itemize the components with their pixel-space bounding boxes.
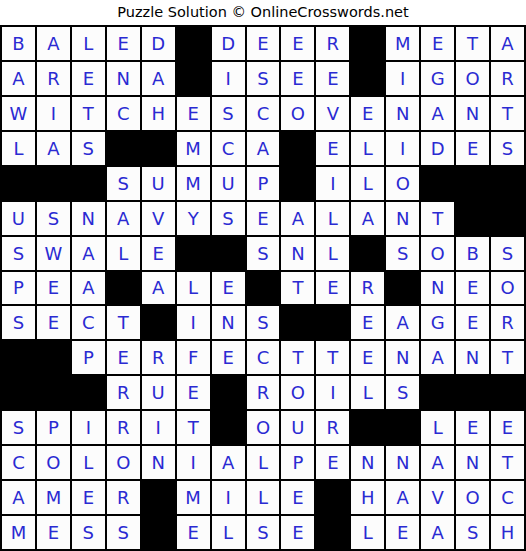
letter-cell-r4c14: E <box>456 132 489 165</box>
letter-cell-r14c6: M <box>177 481 210 514</box>
letter-cell-r8c3: A <box>72 272 105 305</box>
letter-cell-r11c9: O <box>281 376 314 409</box>
letter-cell-r2c2: R <box>37 62 70 95</box>
letter-cell-r4c2: A <box>37 132 70 165</box>
black-cell-r11c14 <box>456 376 489 409</box>
black-cell-r2c6 <box>177 62 210 95</box>
black-cell-r4c4 <box>107 132 140 165</box>
letter-cell-r4c8: A <box>247 132 280 165</box>
letter-cell-r6c8: E <box>247 202 280 235</box>
letter-cell-r7c14: B <box>456 237 489 270</box>
letter-cell-r15c12: E <box>386 516 419 549</box>
letter-cell-r15c2: E <box>37 516 70 549</box>
letter-cell-r14c12: A <box>386 481 419 514</box>
letter-cell-r9c1: S <box>2 306 35 339</box>
letter-cell-r6c2: S <box>37 202 70 235</box>
letter-cell-r7c3: A <box>72 237 105 270</box>
letter-cell-r10c6: F <box>177 341 210 374</box>
letter-cell-r2c10: E <box>316 62 349 95</box>
letter-cell-r10c8: C <box>247 341 280 374</box>
black-cell-r7c6 <box>177 237 210 270</box>
letter-cell-r9c8: S <box>247 306 280 339</box>
letter-cell-r7c10: L <box>316 237 349 270</box>
letter-cell-r1c10: R <box>316 27 349 60</box>
black-cell-r5c13 <box>421 167 454 200</box>
black-cell-r1c11 <box>351 27 384 60</box>
letter-cell-r15c13: A <box>421 516 454 549</box>
black-cell-r14c10 <box>316 481 349 514</box>
letter-cell-r12c1: S <box>2 411 35 444</box>
letter-cell-r4c6: M <box>177 132 210 165</box>
letter-cell-r8c5: A <box>142 272 175 305</box>
letter-cell-r8c11: R <box>351 272 384 305</box>
letter-cell-r3c3: T <box>72 97 105 130</box>
letter-cell-r2c8: S <box>247 62 280 95</box>
letter-cell-r14c4: R <box>107 481 140 514</box>
letter-cell-r9c3: C <box>72 306 105 339</box>
letter-cell-r14c11: H <box>351 481 384 514</box>
letter-cell-r4c11: L <box>351 132 384 165</box>
letter-cell-r5c11: L <box>351 167 384 200</box>
letter-cell-r10c9: T <box>281 341 314 374</box>
letter-cell-r10c7: E <box>212 341 245 374</box>
black-cell-r7c7 <box>212 237 245 270</box>
letter-cell-r9c12: A <box>386 306 419 339</box>
letter-cell-r3c14: N <box>456 97 489 130</box>
black-cell-r8c4 <box>107 272 140 305</box>
letter-cell-r15c9: E <box>281 516 314 549</box>
letter-cell-r9c7: N <box>212 306 245 339</box>
letter-cell-r5c8: P <box>247 167 280 200</box>
black-cell-r4c5 <box>142 132 175 165</box>
letter-cell-r11c5: U <box>142 376 175 409</box>
black-cell-r11c2 <box>37 376 70 409</box>
black-cell-r6c15 <box>491 202 524 235</box>
letter-cell-r6c6: Y <box>177 202 210 235</box>
letter-cell-r6c12: N <box>386 202 419 235</box>
letter-cell-r12c5: I <box>142 411 175 444</box>
black-cell-r8c8 <box>247 272 280 305</box>
letter-cell-r14c13: V <box>421 481 454 514</box>
letter-cell-r7c4: L <box>107 237 140 270</box>
letter-cell-r12c3: I <box>72 411 105 444</box>
black-cell-r11c7 <box>212 376 245 409</box>
letter-cell-r3c6: E <box>177 97 210 130</box>
letter-cell-r12c10: R <box>316 411 349 444</box>
letter-cell-r3c12: N <box>386 97 419 130</box>
letter-cell-r13c1: C <box>2 446 35 479</box>
letter-cell-r1c8: E <box>247 27 280 60</box>
letter-cell-r4c3: S <box>72 132 105 165</box>
letter-cell-r2c14: O <box>456 62 489 95</box>
letter-cell-r1c14: T <box>456 27 489 60</box>
letter-cell-r15c15: H <box>491 516 524 549</box>
letter-cell-r15c1: M <box>2 516 35 549</box>
letter-cell-r10c11: E <box>351 341 384 374</box>
letter-cell-r6c7: S <box>212 202 245 235</box>
black-cell-r2c11 <box>351 62 384 95</box>
letter-cell-r10c15: T <box>491 341 524 374</box>
letter-cell-r13c5: N <box>142 446 175 479</box>
letter-cell-r13c6: I <box>177 446 210 479</box>
letter-cell-r15c8: S <box>247 516 280 549</box>
letter-cell-r8c14: E <box>456 272 489 305</box>
letter-cell-r12c2: P <box>37 411 70 444</box>
letter-cell-r7c1: S <box>2 237 35 270</box>
letter-cell-r12c15: E <box>491 411 524 444</box>
letter-cell-r3c9: O <box>281 97 314 130</box>
letter-cell-r10c3: P <box>72 341 105 374</box>
letter-cell-r3c7: S <box>212 97 245 130</box>
letter-cell-r1c5: D <box>142 27 175 60</box>
letter-cell-r10c12: N <box>386 341 419 374</box>
letter-cell-r4c7: C <box>212 132 245 165</box>
letter-cell-r6c10: L <box>316 202 349 235</box>
black-cell-r12c7 <box>212 411 245 444</box>
letter-cell-r3c10: V <box>316 97 349 130</box>
letter-cell-r1c4: E <box>107 27 140 60</box>
letter-cell-r9c13: G <box>421 306 454 339</box>
letter-cell-r3c15: T <box>491 97 524 130</box>
letter-cell-r13c3: L <box>72 446 105 479</box>
letter-cell-r1c2: A <box>37 27 70 60</box>
letter-cell-r11c4: R <box>107 376 140 409</box>
black-cell-r11c15 <box>491 376 524 409</box>
letter-cell-r7c12: S <box>386 237 419 270</box>
letter-cell-r9c6: I <box>177 306 210 339</box>
puzzle-solution-page: Puzzle Solution © OnlineCrosswords.net B… <box>0 0 526 551</box>
black-cell-r5c15 <box>491 167 524 200</box>
letter-cell-r11c6: E <box>177 376 210 409</box>
letter-cell-r5c6: M <box>177 167 210 200</box>
letter-cell-r1c9: E <box>281 27 314 60</box>
letter-cell-r10c14: N <box>456 341 489 374</box>
letter-cell-r1c1: B <box>2 27 35 60</box>
letter-cell-r2c15: R <box>491 62 524 95</box>
black-cell-r5c1 <box>2 167 35 200</box>
black-cell-r12c11 <box>351 411 384 444</box>
letter-cell-r11c11: L <box>351 376 384 409</box>
black-cell-r5c14 <box>456 167 489 200</box>
black-cell-r5c9 <box>281 167 314 200</box>
letter-cell-r8c7: E <box>212 272 245 305</box>
letter-cell-r9c11: E <box>351 306 384 339</box>
letter-cell-r2c3: E <box>72 62 105 95</box>
black-cell-r9c9 <box>281 306 314 339</box>
letter-cell-r12c6: T <box>177 411 210 444</box>
letter-cell-r4c12: I <box>386 132 419 165</box>
letter-cell-r9c4: T <box>107 306 140 339</box>
letter-cell-r2c1: A <box>2 62 35 95</box>
letter-cell-r13c11: N <box>351 446 384 479</box>
letter-cell-r1c7: D <box>212 27 245 60</box>
black-cell-r5c2 <box>37 167 70 200</box>
letter-cell-r2c12: I <box>386 62 419 95</box>
letter-cell-r3c2: I <box>37 97 70 130</box>
letter-cell-r5c4: S <box>107 167 140 200</box>
black-cell-r9c5 <box>142 306 175 339</box>
letter-cell-r8c15: O <box>491 272 524 305</box>
letter-cell-r8c6: L <box>177 272 210 305</box>
letter-cell-r10c10: T <box>316 341 349 374</box>
black-cell-r11c3 <box>72 376 105 409</box>
letter-cell-r9c2: E <box>37 306 70 339</box>
letter-cell-r8c10: E <box>316 272 349 305</box>
letter-cell-r2c9: E <box>281 62 314 95</box>
letter-cell-r14c3: E <box>72 481 105 514</box>
black-cell-r12c12 <box>386 411 419 444</box>
letter-cell-r9c15: R <box>491 306 524 339</box>
letter-cell-r13c15: T <box>491 446 524 479</box>
letter-cell-r12c13: L <box>421 411 454 444</box>
letter-cell-r13c9: P <box>281 446 314 479</box>
letter-cell-r3c4: C <box>107 97 140 130</box>
letter-cell-r5c5: U <box>142 167 175 200</box>
black-cell-r7c11 <box>351 237 384 270</box>
letter-cell-r11c10: I <box>316 376 349 409</box>
letter-cell-r3c1: W <box>2 97 35 130</box>
letter-cell-r5c7: U <box>212 167 245 200</box>
page-title: Puzzle Solution © OnlineCrosswords.net <box>0 2 526 23</box>
letter-cell-r3c13: A <box>421 97 454 130</box>
letter-cell-r8c9: T <box>281 272 314 305</box>
letter-cell-r7c9: N <box>281 237 314 270</box>
letter-cell-r7c5: E <box>142 237 175 270</box>
black-cell-r14c5 <box>142 481 175 514</box>
letter-cell-r14c7: I <box>212 481 245 514</box>
black-cell-r11c1 <box>2 376 35 409</box>
letter-cell-r6c1: U <box>2 202 35 235</box>
letter-cell-r2c5: A <box>142 62 175 95</box>
letter-cell-r12c8: O <box>247 411 280 444</box>
black-cell-r15c5 <box>142 516 175 549</box>
letter-cell-r13c7: A <box>212 446 245 479</box>
letter-cell-r15c7: L <box>212 516 245 549</box>
letter-cell-r14c2: M <box>37 481 70 514</box>
letter-cell-r1c13: E <box>421 27 454 60</box>
letter-cell-r4c10: E <box>316 132 349 165</box>
crossword-grid: BALEDDEERMETAARENAISEEIGORWITCHESCOVENAN… <box>0 25 526 551</box>
letter-cell-r3c8: C <box>247 97 280 130</box>
letter-cell-r6c9: A <box>281 202 314 235</box>
letter-cell-r14c9: E <box>281 481 314 514</box>
black-cell-r4c9 <box>281 132 314 165</box>
letter-cell-r6c5: V <box>142 202 175 235</box>
letter-cell-r10c13: A <box>421 341 454 374</box>
letter-cell-r11c12: S <box>386 376 419 409</box>
letter-cell-r6c13: T <box>421 202 454 235</box>
letter-cell-r7c2: W <box>37 237 70 270</box>
letter-cell-r5c10: I <box>316 167 349 200</box>
letter-cell-r15c3: S <box>72 516 105 549</box>
letter-cell-r14c15: C <box>491 481 524 514</box>
letter-cell-r13c13: A <box>421 446 454 479</box>
letter-cell-r15c4: S <box>107 516 140 549</box>
letter-cell-r5c12: O <box>386 167 419 200</box>
letter-cell-r15c11: L <box>351 516 384 549</box>
letter-cell-r12c4: R <box>107 411 140 444</box>
letter-cell-r12c14: E <box>456 411 489 444</box>
letter-cell-r13c4: O <box>107 446 140 479</box>
letter-cell-r2c4: N <box>107 62 140 95</box>
black-cell-r8c12 <box>386 272 419 305</box>
letter-cell-r13c8: L <box>247 446 280 479</box>
letter-cell-r13c12: N <box>386 446 419 479</box>
letter-cell-r11c8: R <box>247 376 280 409</box>
black-cell-r9c10 <box>316 306 349 339</box>
black-cell-r6c14 <box>456 202 489 235</box>
letter-cell-r14c1: A <box>2 481 35 514</box>
letter-cell-r1c15: A <box>491 27 524 60</box>
letter-cell-r2c13: G <box>421 62 454 95</box>
letter-cell-r3c5: H <box>142 97 175 130</box>
letter-cell-r6c3: N <box>72 202 105 235</box>
letter-cell-r13c2: O <box>37 446 70 479</box>
letter-cell-r8c2: E <box>37 272 70 305</box>
letter-cell-r2c7: I <box>212 62 245 95</box>
letter-cell-r6c11: A <box>351 202 384 235</box>
letter-cell-r10c5: R <box>142 341 175 374</box>
letter-cell-r7c15: S <box>491 237 524 270</box>
black-cell-r10c2 <box>37 341 70 374</box>
letter-cell-r7c13: O <box>421 237 454 270</box>
letter-cell-r9c14: E <box>456 306 489 339</box>
letter-cell-r13c10: E <box>316 446 349 479</box>
letter-cell-r7c8: S <box>247 237 280 270</box>
letter-cell-r4c13: D <box>421 132 454 165</box>
letter-cell-r13c14: N <box>456 446 489 479</box>
letter-cell-r1c3: L <box>72 27 105 60</box>
letter-cell-r8c13: N <box>421 272 454 305</box>
letter-cell-r4c1: L <box>2 132 35 165</box>
letter-cell-r14c14: O <box>456 481 489 514</box>
black-cell-r11c13 <box>421 376 454 409</box>
letter-cell-r8c1: P <box>2 272 35 305</box>
letter-cell-r15c14: S <box>456 516 489 549</box>
black-cell-r5c3 <box>72 167 105 200</box>
letter-cell-r4c15: S <box>491 132 524 165</box>
letter-cell-r15c6: E <box>177 516 210 549</box>
letter-cell-r10c4: E <box>107 341 140 374</box>
letter-cell-r3c11: E <box>351 97 384 130</box>
black-cell-r1c6 <box>177 27 210 60</box>
black-cell-r15c10 <box>316 516 349 549</box>
letter-cell-r1c12: M <box>386 27 419 60</box>
letter-cell-r14c8: L <box>247 481 280 514</box>
letter-cell-r6c4: A <box>107 202 140 235</box>
letter-cell-r12c9: U <box>281 411 314 444</box>
black-cell-r10c1 <box>2 341 35 374</box>
